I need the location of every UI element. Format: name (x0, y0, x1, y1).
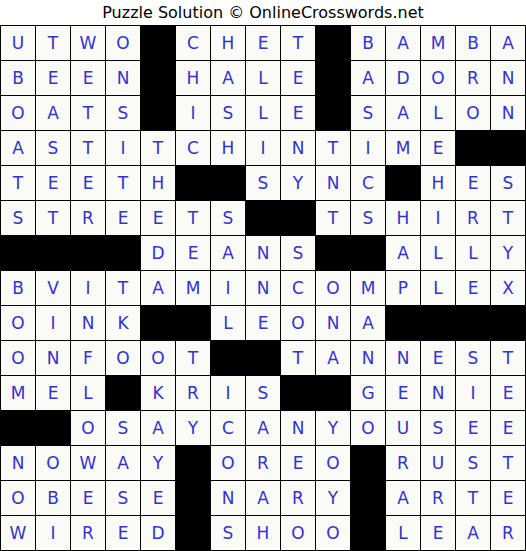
letter-cell: C (176, 131, 210, 165)
block-cell (36, 411, 70, 445)
letter-cell: A (386, 481, 420, 515)
letter-cell: S (106, 411, 140, 445)
letter-cell: K (106, 306, 140, 340)
letter-cell: S (211, 201, 245, 235)
letter-cell: O (141, 341, 175, 375)
block-cell (141, 61, 175, 95)
letter-cell: O (281, 516, 315, 550)
block-cell (141, 96, 175, 130)
letter-cell: H (386, 201, 420, 235)
block-cell (176, 516, 210, 550)
letter-cell: L (246, 61, 280, 95)
letter-cell: A (491, 26, 525, 60)
puzzle-page: Puzzle Solution © OnlineCrosswords.net U… (0, 0, 526, 551)
letter-cell: E (281, 446, 315, 480)
letter-cell: A (141, 411, 175, 445)
letter-cell: E (71, 481, 105, 515)
letter-cell: N (1, 446, 35, 480)
letter-cell: N (281, 131, 315, 165)
letter-cell: T (36, 26, 70, 60)
letter-cell: E (176, 236, 210, 270)
block-cell (176, 306, 210, 340)
block-cell (316, 376, 350, 410)
letter-cell: U (386, 411, 420, 445)
letter-cell: O (1, 481, 35, 515)
letter-cell: A (211, 236, 245, 270)
block-cell (246, 341, 280, 375)
letter-cell: T (71, 96, 105, 130)
block-cell (1, 411, 35, 445)
letter-cell: A (351, 306, 385, 340)
letter-cell: I (36, 516, 70, 550)
letter-cell: W (1, 516, 35, 550)
letter-cell: N (491, 61, 525, 95)
block-cell (176, 446, 210, 480)
letter-cell: N (386, 341, 420, 375)
letter-cell: C (281, 271, 315, 305)
letter-cell: S (211, 96, 245, 130)
block-cell (351, 236, 385, 270)
letter-cell: O (71, 411, 105, 445)
block-cell (386, 166, 420, 200)
letter-cell: S (211, 516, 245, 550)
letter-cell: I (176, 96, 210, 130)
letter-cell: R (491, 516, 525, 550)
letter-cell: S (491, 166, 525, 200)
letter-cell: O (1, 306, 35, 340)
letter-cell: P (386, 271, 420, 305)
letter-cell: T (281, 341, 315, 375)
letter-cell: N (316, 306, 350, 340)
letter-cell: N (106, 61, 140, 95)
letter-cell: A (386, 26, 420, 60)
letter-cell: S (456, 341, 490, 375)
letter-cell: W (71, 26, 105, 60)
letter-cell: I (246, 131, 280, 165)
block-cell (141, 306, 175, 340)
letter-cell: S (351, 96, 385, 130)
block-cell (281, 376, 315, 410)
letter-cell: L (211, 306, 245, 340)
letter-cell: T (316, 201, 350, 235)
page-title: Puzzle Solution © OnlineCrosswords.net (0, 0, 526, 25)
block-cell (456, 306, 490, 340)
letter-cell: Y (281, 166, 315, 200)
letter-cell: L (71, 376, 105, 410)
letter-cell: M (386, 131, 420, 165)
letter-cell: N (281, 411, 315, 445)
letter-cell: T (316, 131, 350, 165)
letter-cell: W (71, 446, 105, 480)
block-cell (456, 131, 490, 165)
letter-cell: R (456, 61, 490, 95)
letter-cell: O (281, 306, 315, 340)
letter-cell: E (246, 26, 280, 60)
block-cell (176, 166, 210, 200)
letter-cell: E (456, 411, 490, 445)
letter-cell: G (351, 376, 385, 410)
block-cell (491, 131, 525, 165)
letter-cell: A (1, 131, 35, 165)
letter-cell: E (71, 61, 105, 95)
letter-cell: R (421, 481, 455, 515)
letter-cell: L (456, 236, 490, 270)
block-cell (71, 236, 105, 270)
letter-cell: E (246, 306, 280, 340)
letter-cell: R (71, 516, 105, 550)
letter-cell: H (246, 516, 280, 550)
letter-cell: R (246, 446, 280, 480)
letter-cell: L (246, 96, 280, 130)
letter-cell: N (351, 341, 385, 375)
letter-cell: D (386, 61, 420, 95)
block-cell (141, 26, 175, 60)
letter-cell: A (351, 61, 385, 95)
letter-cell: X (491, 271, 525, 305)
block-cell (316, 236, 350, 270)
letter-cell: O (211, 446, 245, 480)
letter-cell: E (141, 481, 175, 515)
letter-cell: T (491, 201, 525, 235)
letter-cell: S (246, 376, 280, 410)
letter-cell: A (36, 96, 70, 130)
letter-cell: T (1, 166, 35, 200)
letter-cell: C (176, 26, 210, 60)
letter-cell: S (246, 166, 280, 200)
letter-cell: T (71, 131, 105, 165)
letter-cell: N (491, 96, 525, 130)
block-cell (316, 61, 350, 95)
letter-cell: E (281, 96, 315, 130)
letter-cell: E (421, 341, 455, 375)
letter-cell: O (1, 341, 35, 375)
letter-cell: E (491, 411, 525, 445)
letter-cell: M (176, 271, 210, 305)
letter-cell: O (351, 411, 385, 445)
letter-cell: T (491, 341, 525, 375)
letter-cell: O (316, 446, 350, 480)
letter-cell: I (351, 131, 385, 165)
block-cell (36, 236, 70, 270)
letter-cell: L (386, 516, 420, 550)
letter-cell: A (316, 341, 350, 375)
letter-cell: D (141, 236, 175, 270)
letter-cell: T (36, 201, 70, 235)
letter-cell: A (456, 516, 490, 550)
letter-cell: N (421, 376, 455, 410)
letter-cell: E (456, 166, 490, 200)
letter-cell: K (141, 376, 175, 410)
letter-cell: B (1, 61, 35, 95)
block-cell (246, 201, 280, 235)
letter-cell: E (36, 61, 70, 95)
letter-cell: I (106, 131, 140, 165)
letter-cell: Y (176, 411, 210, 445)
letter-cell: T (281, 26, 315, 60)
letter-cell: T (491, 446, 525, 480)
letter-cell: R (456, 201, 490, 235)
letter-cell: L (421, 96, 455, 130)
letter-cell: E (36, 376, 70, 410)
letter-cell: A (211, 61, 245, 95)
block-cell (176, 481, 210, 515)
letter-cell: M (421, 26, 455, 60)
letter-cell: R (176, 376, 210, 410)
letter-cell: N (36, 341, 70, 375)
letter-cell: T (456, 481, 490, 515)
letter-cell: I (211, 376, 245, 410)
letter-cell: H (211, 26, 245, 60)
letter-cell: F (71, 341, 105, 375)
letter-cell: E (386, 376, 420, 410)
block-cell (421, 306, 455, 340)
letter-cell: E (421, 516, 455, 550)
letter-cell: S (106, 96, 140, 130)
block-cell (386, 306, 420, 340)
letter-cell: H (421, 166, 455, 200)
letter-cell: M (1, 376, 35, 410)
letter-cell: B (351, 26, 385, 60)
letter-cell: I (71, 271, 105, 305)
letter-cell: C (351, 166, 385, 200)
block-cell (211, 166, 245, 200)
letter-cell: H (141, 166, 175, 200)
letter-cell: Y (491, 236, 525, 270)
letter-cell: T (106, 271, 140, 305)
letter-cell: S (1, 201, 35, 235)
letter-cell: A (246, 411, 280, 445)
letter-cell: T (106, 166, 140, 200)
letter-cell: Y (316, 411, 350, 445)
block-cell (1, 236, 35, 270)
letter-cell: I (211, 271, 245, 305)
letter-cell: O (456, 96, 490, 130)
block-cell (106, 236, 140, 270)
letter-cell: S (351, 201, 385, 235)
letter-cell: E (106, 201, 140, 235)
letter-cell: S (456, 446, 490, 480)
letter-cell: E (106, 516, 140, 550)
letter-cell: T (141, 131, 175, 165)
letter-cell: E (491, 376, 525, 410)
letter-cell: E (491, 481, 525, 515)
letter-cell: T (176, 341, 210, 375)
letter-cell: E (71, 166, 105, 200)
letter-cell: N (246, 271, 280, 305)
letter-cell: A (386, 96, 420, 130)
letter-cell: N (246, 236, 280, 270)
block-cell (316, 96, 350, 130)
letter-cell: A (246, 481, 280, 515)
letter-cell: C (211, 411, 245, 445)
letter-cell: R (71, 201, 105, 235)
letter-cell: I (421, 201, 455, 235)
letter-cell: H (176, 61, 210, 95)
block-cell (491, 306, 525, 340)
letter-cell: Y (316, 481, 350, 515)
letter-cell: L (421, 236, 455, 270)
letter-cell: S (421, 411, 455, 445)
letter-cell: O (316, 516, 350, 550)
letter-cell: O (421, 61, 455, 95)
letter-cell: N (211, 481, 245, 515)
letter-cell: O (316, 271, 350, 305)
letter-cell: L (421, 271, 455, 305)
crossword-grid: UTWOCHETBAMBABEENHALEADORNOATSISLESALONA… (0, 25, 526, 551)
letter-cell: I (36, 306, 70, 340)
letter-cell: E (281, 61, 315, 95)
letter-cell: R (281, 481, 315, 515)
block-cell (351, 481, 385, 515)
letter-cell: U (421, 446, 455, 480)
letter-cell: E (421, 131, 455, 165)
letter-cell: S (106, 481, 140, 515)
letter-cell: Y (141, 446, 175, 480)
letter-cell: N (316, 166, 350, 200)
letter-cell: E (36, 166, 70, 200)
letter-cell: I (456, 376, 490, 410)
letter-cell: E (456, 271, 490, 305)
letter-cell: O (106, 26, 140, 60)
letter-cell: S (36, 131, 70, 165)
block-cell (351, 516, 385, 550)
letter-cell: E (141, 201, 175, 235)
block-cell (281, 201, 315, 235)
letter-cell: A (386, 236, 420, 270)
letter-cell: A (141, 271, 175, 305)
letter-cell: V (36, 271, 70, 305)
letter-cell: O (106, 341, 140, 375)
letter-cell: M (351, 271, 385, 305)
letter-cell: O (36, 446, 70, 480)
letter-cell: B (456, 26, 490, 60)
block-cell (106, 376, 140, 410)
block-cell (316, 26, 350, 60)
letter-cell: O (1, 96, 35, 130)
letter-cell: U (1, 26, 35, 60)
letter-cell: H (211, 131, 245, 165)
letter-cell: S (281, 236, 315, 270)
letter-cell: T (176, 201, 210, 235)
letter-cell: B (36, 481, 70, 515)
letter-cell: N (71, 306, 105, 340)
letter-cell: B (1, 271, 35, 305)
letter-cell: D (141, 516, 175, 550)
letter-cell: A (106, 446, 140, 480)
block-cell (211, 341, 245, 375)
letter-cell: R (386, 446, 420, 480)
block-cell (351, 446, 385, 480)
